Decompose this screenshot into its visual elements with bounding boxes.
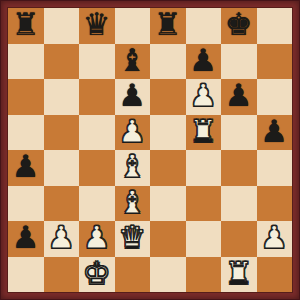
square-c3[interactable] [79, 186, 115, 222]
square-d2[interactable]: ♛ [115, 221, 151, 257]
white-bishop-piece[interactable]: ♝ [118, 186, 146, 220]
square-a6[interactable] [8, 79, 44, 115]
square-a5[interactable] [8, 115, 44, 151]
square-a2[interactable]: ♟ [8, 221, 44, 257]
square-g2[interactable] [221, 221, 257, 257]
square-g6[interactable]: ♟ [221, 79, 257, 115]
square-e1[interactable] [150, 257, 186, 293]
square-f1[interactable] [186, 257, 222, 293]
black-pawn-piece[interactable]: ♟ [189, 44, 217, 78]
square-b6[interactable] [44, 79, 80, 115]
square-f8[interactable] [186, 8, 222, 44]
white-rook-piece[interactable]: ♜ [225, 257, 253, 291]
square-b2[interactable]: ♟ [44, 221, 80, 257]
square-g3[interactable] [221, 186, 257, 222]
square-h2[interactable]: ♟ [257, 221, 293, 257]
white-queen-piece[interactable]: ♛ [118, 221, 146, 255]
square-c8[interactable]: ♛ [79, 8, 115, 44]
chess-board: ♜♛♜♚♝♟♟♟♟♟♜♟♟♝♝♟♟♟♛♟♚♜ [8, 8, 292, 292]
black-pawn-piece[interactable]: ♟ [260, 115, 288, 149]
white-pawn-piece[interactable]: ♟ [260, 221, 288, 255]
square-e3[interactable] [150, 186, 186, 222]
black-queen-piece[interactable]: ♛ [83, 8, 111, 42]
white-pawn-piece[interactable]: ♟ [189, 79, 217, 113]
square-a3[interactable] [8, 186, 44, 222]
square-h8[interactable] [257, 8, 293, 44]
white-pawn-piece[interactable]: ♟ [47, 221, 75, 255]
square-g8[interactable]: ♚ [221, 8, 257, 44]
square-f7[interactable]: ♟ [186, 44, 222, 80]
white-rook-piece[interactable]: ♜ [189, 115, 217, 149]
square-f6[interactable]: ♟ [186, 79, 222, 115]
square-a4[interactable]: ♟ [8, 150, 44, 186]
white-bishop-piece[interactable]: ♝ [118, 150, 146, 184]
square-a8[interactable]: ♜ [8, 8, 44, 44]
square-e6[interactable] [150, 79, 186, 115]
square-h5[interactable]: ♟ [257, 115, 293, 151]
square-e8[interactable]: ♜ [150, 8, 186, 44]
black-rook-piece[interactable]: ♜ [12, 8, 40, 42]
square-a7[interactable] [8, 44, 44, 80]
square-b8[interactable] [44, 8, 80, 44]
white-pawn-piece[interactable]: ♟ [83, 221, 111, 255]
square-c1[interactable]: ♚ [79, 257, 115, 293]
white-king-piece[interactable]: ♚ [83, 257, 111, 291]
square-c4[interactable] [79, 150, 115, 186]
square-g5[interactable] [221, 115, 257, 151]
square-e4[interactable] [150, 150, 186, 186]
square-c7[interactable] [79, 44, 115, 80]
square-h4[interactable] [257, 150, 293, 186]
square-c5[interactable] [79, 115, 115, 151]
square-c6[interactable] [79, 79, 115, 115]
square-f2[interactable] [186, 221, 222, 257]
square-g4[interactable] [221, 150, 257, 186]
square-b7[interactable] [44, 44, 80, 80]
black-bishop-piece[interactable]: ♝ [118, 44, 146, 78]
black-pawn-piece[interactable]: ♟ [12, 150, 40, 184]
square-d4[interactable]: ♝ [115, 150, 151, 186]
square-d3[interactable]: ♝ [115, 186, 151, 222]
square-b5[interactable] [44, 115, 80, 151]
square-d6[interactable]: ♟ [115, 79, 151, 115]
square-f5[interactable]: ♜ [186, 115, 222, 151]
black-pawn-piece[interactable]: ♟ [225, 79, 253, 113]
square-b1[interactable] [44, 257, 80, 293]
square-h3[interactable] [257, 186, 293, 222]
square-f3[interactable] [186, 186, 222, 222]
square-d8[interactable] [115, 8, 151, 44]
square-h1[interactable] [257, 257, 293, 293]
square-g7[interactable] [221, 44, 257, 80]
square-f4[interactable] [186, 150, 222, 186]
black-pawn-piece[interactable]: ♟ [118, 79, 146, 113]
square-d5[interactable]: ♟ [115, 115, 151, 151]
square-h6[interactable] [257, 79, 293, 115]
square-a1[interactable] [8, 257, 44, 293]
square-e5[interactable] [150, 115, 186, 151]
square-d1[interactable] [115, 257, 151, 293]
square-c2[interactable]: ♟ [79, 221, 115, 257]
board-frame: ♜♛♜♚♝♟♟♟♟♟♜♟♟♝♝♟♟♟♛♟♚♜ [0, 0, 300, 300]
black-pawn-piece[interactable]: ♟ [12, 221, 40, 255]
black-rook-piece[interactable]: ♜ [154, 8, 182, 42]
square-d7[interactable]: ♝ [115, 44, 151, 80]
square-e7[interactable] [150, 44, 186, 80]
square-g1[interactable]: ♜ [221, 257, 257, 293]
black-king-piece[interactable]: ♚ [225, 8, 253, 42]
square-h7[interactable] [257, 44, 293, 80]
square-e2[interactable] [150, 221, 186, 257]
white-pawn-piece[interactable]: ♟ [118, 115, 146, 149]
square-b3[interactable] [44, 186, 80, 222]
square-b4[interactable] [44, 150, 80, 186]
